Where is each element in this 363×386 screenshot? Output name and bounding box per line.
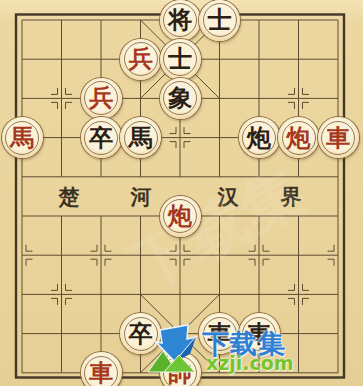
piece-glyph: 象 <box>160 78 201 119</box>
piece-black-soldier[interactable]: 卒 <box>120 313 161 354</box>
piece-glyph: 馬 <box>2 117 43 158</box>
river-label: 楚 <box>56 184 82 210</box>
piece-red-general[interactable]: 帥 <box>160 352 201 386</box>
piece-red-horse[interactable]: 馬 <box>2 117 43 158</box>
piece-black-advisor[interactable]: 士 <box>199 0 240 41</box>
piece-glyph: 炮 <box>160 196 201 237</box>
piece-glyph: 帥 <box>160 352 201 386</box>
piece-glyph: 車 <box>239 313 280 354</box>
piece-glyph: 将 <box>160 0 201 41</box>
piece-black-advisor[interactable]: 士 <box>160 39 201 80</box>
piece-glyph: 車 <box>81 352 122 386</box>
piece-red-soldier[interactable]: 兵 <box>120 39 161 80</box>
xiangqi-board[interactable]: 楚河汉界 下载集 将士兵士兵象馬卒馬炮炮車炮卒車車車帥 下载集 xzji.com <box>0 0 363 386</box>
piece-black-soldier[interactable]: 卒 <box>81 117 122 158</box>
piece-glyph: 炮 <box>278 117 319 158</box>
river-label: 界 <box>278 184 304 210</box>
piece-red-cannon[interactable]: 炮 <box>278 117 319 158</box>
piece-red-chariot[interactable]: 車 <box>81 352 122 386</box>
piece-glyph: 炮 <box>239 117 280 158</box>
piece-black-horse[interactable]: 馬 <box>120 117 161 158</box>
piece-red-chariot[interactable]: 車 <box>318 117 359 158</box>
piece-black-chariot[interactable]: 車 <box>199 313 240 354</box>
piece-glyph: 卒 <box>120 313 161 354</box>
piece-glyph: 士 <box>199 0 240 41</box>
piece-black-chariot[interactable]: 車 <box>239 313 280 354</box>
piece-black-cannon[interactable]: 炮 <box>239 117 280 158</box>
piece-glyph: 兵 <box>120 39 161 80</box>
river-label: 河 <box>128 184 154 210</box>
river-label: 汉 <box>215 184 241 210</box>
piece-glyph: 車 <box>199 313 240 354</box>
piece-glyph: 士 <box>160 39 201 80</box>
piece-black-elephant[interactable]: 象 <box>160 78 201 119</box>
piece-red-cannon[interactable]: 炮 <box>160 196 201 237</box>
piece-red-soldier[interactable]: 兵 <box>81 78 122 119</box>
piece-glyph: 馬 <box>120 117 161 158</box>
piece-glyph: 車 <box>318 117 359 158</box>
piece-glyph: 卒 <box>81 117 122 158</box>
piece-black-general[interactable]: 将 <box>160 0 201 41</box>
piece-glyph: 兵 <box>81 78 122 119</box>
